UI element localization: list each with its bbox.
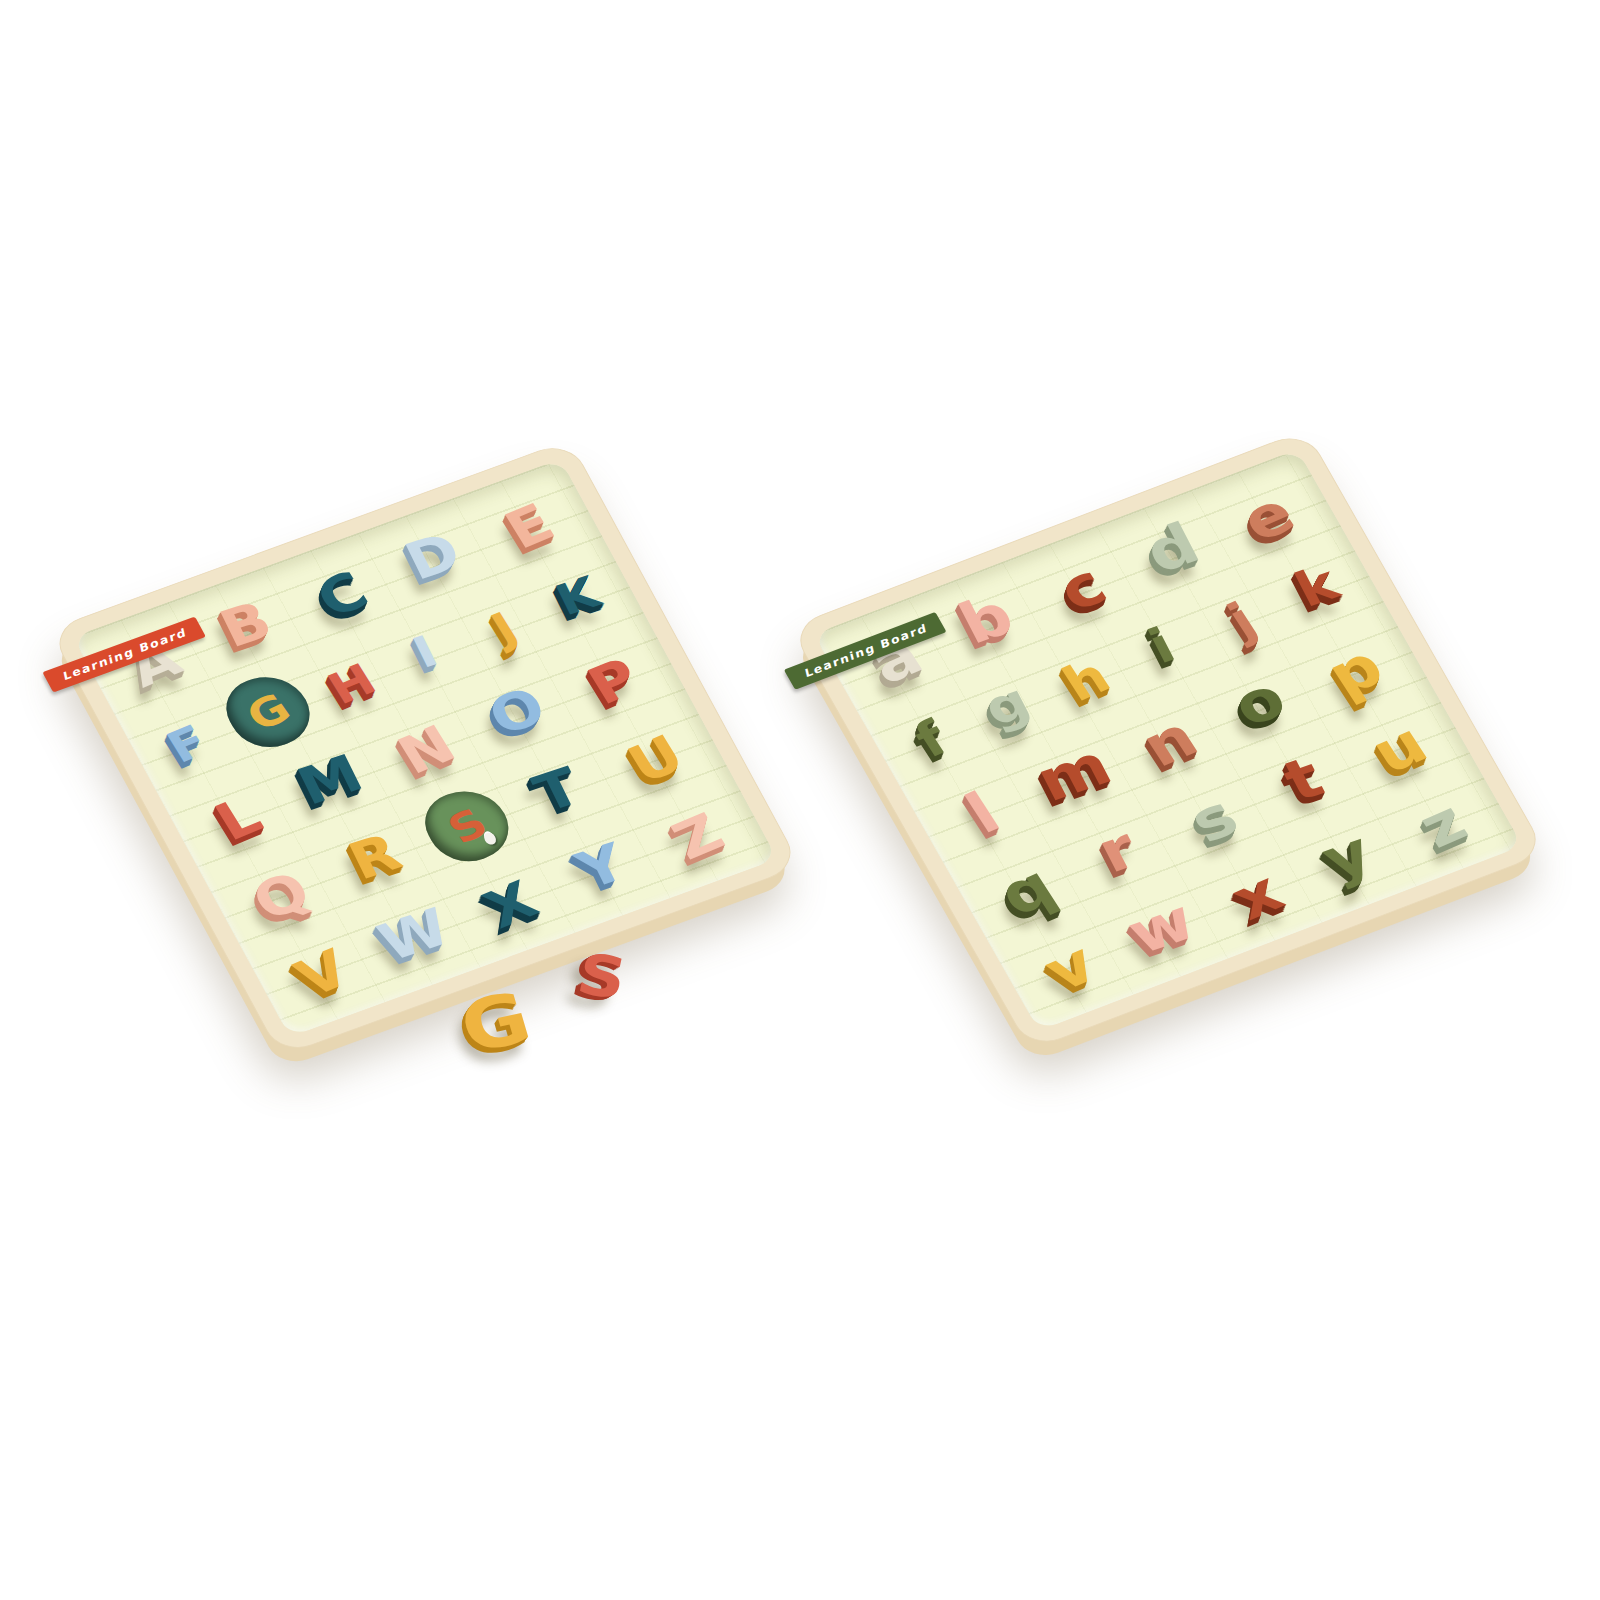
- letter-piece-F[interactable]: F: [139, 710, 237, 779]
- lowercase-alphabet-board: Learning Board abcdefghijklmnopqrstuvwxy…: [789, 429, 1546, 1050]
- uppercase-alphabet-board: Learning Board ABCDEFGHIJKLMNOPQRSTUVWXY…: [49, 439, 802, 1056]
- loose-piece-G[interactable]: G: [453, 982, 538, 1063]
- lowercase-board-panel: abcdefghijklmnopqrstuvwxyz: [813, 449, 1523, 1031]
- product-photo-scene: Learning Board ABCDEFGHIJKLMNOPQRSTUVWXY…: [0, 0, 1600, 1600]
- well-printed-letter: G: [239, 687, 297, 737]
- loose-piece-S[interactable]: S: [573, 946, 631, 1008]
- letter-piece-K[interactable]: K: [530, 564, 627, 629]
- uppercase-board-panel: ABCDEFGHIJKLMNOPQRSTUVWXYZ: [72, 459, 777, 1037]
- letter-piece-R[interactable]: R: [314, 817, 434, 896]
